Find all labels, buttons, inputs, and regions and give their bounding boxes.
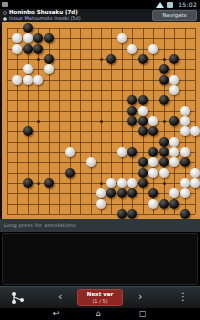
black-stone[interactable] xyxy=(138,157,148,167)
black-stone[interactable] xyxy=(180,157,190,167)
black-stone[interactable] xyxy=(138,116,148,126)
hoshi-point xyxy=(163,58,166,61)
white-stone[interactable] xyxy=(23,64,33,74)
white-stone[interactable] xyxy=(86,157,96,167)
black-stone[interactable] xyxy=(65,168,75,178)
black-stone[interactable] xyxy=(138,178,148,188)
black-stone[interactable] xyxy=(159,75,169,85)
white-player-name: Inoue Matsumoto Inseki (5d) xyxy=(9,16,81,22)
black-stone[interactable] xyxy=(159,95,169,105)
white-stone[interactable] xyxy=(127,44,137,54)
white-player-row: Inoue Matsumoto Inseki (5d) xyxy=(3,16,81,22)
black-stone[interactable] xyxy=(148,126,158,136)
black-stone[interactable] xyxy=(169,116,179,126)
notification-icon xyxy=(2,2,8,7)
black-stone[interactable] xyxy=(127,106,137,116)
black-stone[interactable] xyxy=(180,209,190,219)
white-stone-icon xyxy=(3,17,7,21)
next-variation-label: Next var xyxy=(78,291,122,298)
black-stone[interactable] xyxy=(23,126,33,136)
black-stone[interactable] xyxy=(159,157,169,167)
white-stone[interactable] xyxy=(180,126,190,136)
hoshi-point xyxy=(37,182,40,185)
black-stone[interactable] xyxy=(33,33,43,43)
home-icon[interactable]: ⌂ xyxy=(96,308,101,320)
next-move-button[interactable]: › xyxy=(138,289,142,305)
white-stone[interactable] xyxy=(180,147,190,157)
black-stone-icon xyxy=(3,11,7,15)
go-board[interactable] xyxy=(0,22,200,219)
white-stone[interactable] xyxy=(180,106,190,116)
white-stone[interactable] xyxy=(180,116,190,126)
white-stone[interactable] xyxy=(190,126,200,136)
white-stone[interactable] xyxy=(23,75,33,85)
black-stone[interactable] xyxy=(148,188,158,198)
black-stone[interactable] xyxy=(23,44,33,54)
game-header: Honinbo Shusaku (7d) Inoue Matsumoto Ins… xyxy=(0,9,200,22)
white-stone[interactable] xyxy=(12,33,22,43)
black-stone[interactable] xyxy=(33,44,43,54)
hint-text: Long press for annotations xyxy=(4,222,76,228)
overflow-menu-icon[interactable]: ⋮ xyxy=(178,289,188,305)
white-stone[interactable] xyxy=(169,75,179,85)
white-stone[interactable] xyxy=(169,157,179,167)
white-stone[interactable] xyxy=(117,33,127,43)
white-stone[interactable] xyxy=(169,85,179,95)
white-stone[interactable] xyxy=(127,178,137,188)
white-stone[interactable] xyxy=(33,75,43,85)
black-stone[interactable] xyxy=(106,188,116,198)
recents-icon[interactable]: ▢ xyxy=(139,308,147,320)
black-stone[interactable] xyxy=(138,54,148,64)
black-stone[interactable] xyxy=(117,209,127,219)
hoshi-point xyxy=(163,182,166,185)
black-stone[interactable] xyxy=(159,147,169,157)
white-stone[interactable] xyxy=(12,44,22,54)
black-stone[interactable] xyxy=(138,126,148,136)
white-stone[interactable] xyxy=(148,157,158,167)
hoshi-point xyxy=(100,182,103,185)
next-variation-button[interactable]: Next var (1 / 5) xyxy=(77,289,123,306)
black-stone[interactable] xyxy=(169,199,179,209)
white-stone[interactable] xyxy=(117,147,127,157)
black-stone[interactable] xyxy=(159,64,169,74)
prev-move-button[interactable]: ‹ xyxy=(58,289,62,305)
black-stone[interactable] xyxy=(159,137,169,147)
black-stone[interactable] xyxy=(117,188,127,198)
white-stone[interactable] xyxy=(96,188,106,198)
next-variation-count: (1 / 5) xyxy=(78,298,122,304)
black-stone[interactable] xyxy=(169,54,179,64)
white-stone[interactable] xyxy=(148,168,158,178)
white-stone[interactable] xyxy=(148,44,158,54)
board-line-horizontal xyxy=(7,214,195,215)
white-stone[interactable] xyxy=(169,137,179,147)
white-stone[interactable] xyxy=(169,147,179,157)
variation-tree-icon[interactable] xyxy=(10,291,26,305)
white-stone[interactable] xyxy=(180,178,190,188)
white-stone[interactable] xyxy=(23,33,33,43)
white-stone[interactable] xyxy=(44,64,54,74)
comment-area[interactable] xyxy=(2,233,198,285)
hoshi-point xyxy=(37,58,40,61)
status-bar: 15:02 xyxy=(0,0,200,9)
android-navbar: ↩ ⌂ ▢ xyxy=(0,308,200,320)
back-icon[interactable]: ↩ xyxy=(53,308,60,320)
black-stone[interactable] xyxy=(138,95,148,105)
black-stone[interactable] xyxy=(127,209,137,219)
white-stone[interactable] xyxy=(180,188,190,198)
white-stone[interactable] xyxy=(117,178,127,188)
hoshi-point xyxy=(37,120,40,123)
black-stone[interactable] xyxy=(44,178,54,188)
black-stone[interactable] xyxy=(44,54,54,64)
black-stone[interactable] xyxy=(127,147,137,157)
white-stone[interactable] xyxy=(190,178,200,188)
black-stone[interactable] xyxy=(148,147,158,157)
white-stone[interactable] xyxy=(148,116,158,126)
board-line-horizontal xyxy=(7,131,195,132)
toolbar: ‹ Next var (1 / 5) › ⋮ xyxy=(0,286,200,308)
black-stone[interactable] xyxy=(44,33,54,43)
white-stone[interactable] xyxy=(169,188,179,198)
hint-bar: Long press for annotations xyxy=(0,219,200,232)
black-stone[interactable] xyxy=(138,168,148,178)
app-screen: 15:02 Honinbo Shusaku (7d) Inoue Matsumo… xyxy=(0,0,200,320)
black-stone[interactable] xyxy=(106,54,116,64)
white-stone[interactable] xyxy=(106,178,116,188)
navigate-button[interactable]: Navigate xyxy=(152,10,197,21)
white-stone[interactable] xyxy=(148,199,158,209)
hoshi-point xyxy=(100,58,103,61)
white-stone[interactable] xyxy=(190,168,200,178)
white-stone[interactable] xyxy=(65,147,75,157)
black-stone[interactable] xyxy=(127,116,137,126)
white-stone[interactable] xyxy=(96,199,106,209)
signal-icon xyxy=(167,2,173,8)
hoshi-point xyxy=(163,120,166,123)
black-stone[interactable] xyxy=(23,23,33,33)
wifi-icon xyxy=(156,2,164,8)
white-stone[interactable] xyxy=(12,75,22,85)
black-stone[interactable] xyxy=(127,95,137,105)
white-stone[interactable] xyxy=(138,106,148,116)
black-stone[interactable] xyxy=(127,188,137,198)
hoshi-point xyxy=(100,120,103,123)
white-stone[interactable] xyxy=(159,168,169,178)
status-clock: 15:02 xyxy=(178,1,197,8)
black-stone[interactable] xyxy=(159,199,169,209)
black-stone[interactable] xyxy=(23,178,33,188)
